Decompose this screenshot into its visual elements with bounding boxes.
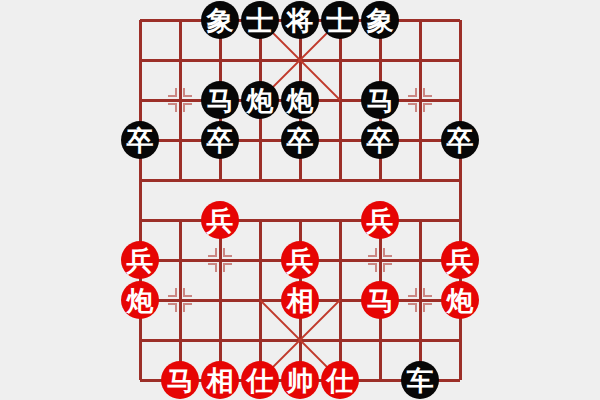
piece-black-soldier[interactable]: 卒 (361, 121, 399, 159)
piece-red-horse[interactable]: 马 (161, 361, 199, 399)
piece-black-soldier[interactable]: 卒 (281, 121, 319, 159)
piece-black-chariot[interactable]: 车 (401, 361, 439, 399)
piece-red-elephant[interactable]: 相 (281, 281, 319, 319)
piece-red-advisor[interactable]: 仕 (321, 361, 359, 399)
piece-black-horse[interactable]: 马 (361, 81, 399, 119)
piece-red-elephant[interactable]: 相 (201, 361, 239, 399)
piece-black-elephant[interactable]: 象 (361, 1, 399, 39)
piece-black-elephant[interactable]: 象 (201, 1, 239, 39)
piece-black-advisor[interactable]: 士 (321, 1, 359, 39)
piece-black-cannon[interactable]: 炮 (281, 81, 319, 119)
piece-red-soldier[interactable]: 兵 (281, 241, 319, 279)
piece-red-soldier[interactable]: 兵 (121, 241, 159, 279)
piece-red-cannon[interactable]: 炮 (121, 281, 159, 319)
piece-black-soldier[interactable]: 卒 (121, 121, 159, 159)
xiangqi-board: 象士将士象马炮炮马卒卒卒卒卒兵兵兵兵兵炮相马炮马相仕帅仕车 (0, 0, 600, 400)
piece-black-soldier[interactable]: 卒 (441, 121, 479, 159)
piece-black-horse[interactable]: 马 (201, 81, 239, 119)
piece-red-horse[interactable]: 马 (361, 281, 399, 319)
piece-red-soldier[interactable]: 兵 (201, 201, 239, 239)
piece-layer: 象士将士象马炮炮马卒卒卒卒卒兵兵兵兵兵炮相马炮马相仕帅仕车 (120, 0, 480, 400)
piece-red-general[interactable]: 帅 (281, 361, 319, 399)
piece-black-advisor[interactable]: 士 (241, 1, 279, 39)
piece-red-cannon[interactable]: 炮 (441, 281, 479, 319)
piece-red-soldier[interactable]: 兵 (361, 201, 399, 239)
piece-black-cannon[interactable]: 炮 (241, 81, 279, 119)
piece-black-general[interactable]: 将 (281, 1, 319, 39)
piece-red-soldier[interactable]: 兵 (441, 241, 479, 279)
piece-red-advisor[interactable]: 仕 (241, 361, 279, 399)
piece-black-soldier[interactable]: 卒 (201, 121, 239, 159)
